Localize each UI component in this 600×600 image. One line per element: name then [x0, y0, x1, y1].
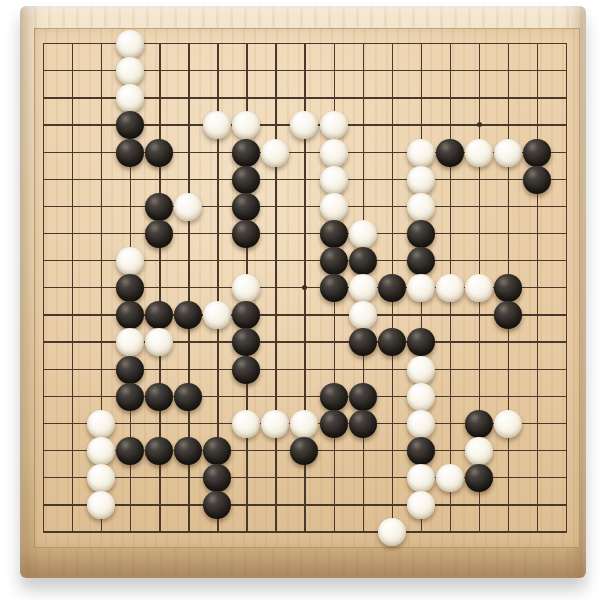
star-point — [302, 285, 307, 290]
go-stone-black[interactable] — [494, 301, 522, 329]
go-stone-white[interactable] — [349, 301, 377, 329]
go-stone-white[interactable] — [320, 166, 348, 194]
go-stone-black[interactable] — [174, 383, 202, 411]
go-stone-black[interactable] — [349, 383, 377, 411]
go-stone-white[interactable] — [203, 301, 231, 329]
go-stone-white[interactable] — [465, 139, 493, 167]
go-stone-black[interactable] — [232, 328, 260, 356]
go-stone-white[interactable] — [290, 410, 318, 438]
go-stone-black[interactable] — [378, 274, 406, 302]
go-stone-white[interactable] — [116, 247, 144, 275]
go-stone-black[interactable] — [203, 491, 231, 519]
go-stone-white[interactable] — [407, 410, 435, 438]
go-stone-white[interactable] — [116, 57, 144, 85]
go-stone-black[interactable] — [378, 328, 406, 356]
go-stone-white[interactable] — [174, 193, 202, 221]
go-stone-black[interactable] — [494, 274, 522, 302]
go-stone-black[interactable] — [465, 464, 493, 492]
go-stone-black[interactable] — [116, 274, 144, 302]
star-point — [477, 122, 482, 127]
go-stone-black[interactable] — [145, 220, 173, 248]
go-stone-black[interactable] — [320, 274, 348, 302]
go-stone-black[interactable] — [407, 247, 435, 275]
go-stone-white[interactable] — [349, 274, 377, 302]
go-stone-white[interactable] — [436, 464, 464, 492]
go-stone-white[interactable] — [407, 491, 435, 519]
go-stone-black[interactable] — [145, 193, 173, 221]
go-stone-black[interactable] — [232, 301, 260, 329]
go-stone-white[interactable] — [320, 111, 348, 139]
go-stone-black[interactable] — [116, 301, 144, 329]
go-stone-white[interactable] — [116, 84, 144, 112]
go-stone-black[interactable] — [116, 383, 144, 411]
go-stone-white[interactable] — [436, 274, 464, 302]
go-stone-white[interactable] — [407, 383, 435, 411]
go-stone-black[interactable] — [320, 247, 348, 275]
go-stone-white[interactable] — [465, 437, 493, 465]
go-stone-white[interactable] — [494, 410, 522, 438]
go-stone-black[interactable] — [116, 111, 144, 139]
go-stone-white[interactable] — [378, 518, 406, 546]
go-stone-black[interactable] — [116, 437, 144, 465]
go-stone-black[interactable] — [232, 220, 260, 248]
go-stone-white[interactable] — [407, 139, 435, 167]
go-stone-black[interactable] — [407, 437, 435, 465]
go-board-box — [20, 6, 586, 578]
go-board-surface[interactable] — [34, 28, 580, 548]
go-stone-black[interactable] — [145, 139, 173, 167]
go-stone-white[interactable] — [407, 274, 435, 302]
go-stone-black[interactable] — [203, 437, 231, 465]
go-stone-black[interactable] — [320, 383, 348, 411]
go-stone-black[interactable] — [116, 139, 144, 167]
go-stone-white[interactable] — [349, 220, 377, 248]
go-stone-white[interactable] — [290, 111, 318, 139]
go-stone-white[interactable] — [232, 111, 260, 139]
go-stone-white[interactable] — [87, 410, 115, 438]
go-stone-white[interactable] — [320, 193, 348, 221]
go-stone-white[interactable] — [320, 139, 348, 167]
go-stone-black[interactable] — [349, 247, 377, 275]
go-stone-black[interactable] — [407, 328, 435, 356]
go-stone-black[interactable] — [523, 139, 551, 167]
go-stone-black[interactable] — [290, 437, 318, 465]
go-stone-black[interactable] — [145, 383, 173, 411]
go-stone-white[interactable] — [87, 464, 115, 492]
go-stone-black[interactable] — [145, 301, 173, 329]
go-stone-white[interactable] — [232, 274, 260, 302]
go-stone-black[interactable] — [145, 437, 173, 465]
go-stone-black[interactable] — [465, 410, 493, 438]
go-stone-white[interactable] — [87, 491, 115, 519]
go-stone-white[interactable] — [494, 139, 522, 167]
go-stone-white[interactable] — [407, 464, 435, 492]
go-stone-white[interactable] — [145, 328, 173, 356]
go-board-photo — [0, 0, 600, 600]
go-stone-white[interactable] — [87, 437, 115, 465]
go-stone-black[interactable] — [232, 193, 260, 221]
go-stone-black[interactable] — [349, 328, 377, 356]
go-stone-white[interactable] — [203, 111, 231, 139]
go-stone-black[interactable] — [232, 139, 260, 167]
go-stone-white[interactable] — [116, 30, 144, 58]
go-stone-black[interactable] — [232, 356, 260, 384]
go-stone-black[interactable] — [349, 410, 377, 438]
go-stone-black[interactable] — [174, 301, 202, 329]
go-stone-white[interactable] — [407, 356, 435, 384]
go-stone-black[interactable] — [116, 356, 144, 384]
go-stone-white[interactable] — [261, 139, 289, 167]
go-stone-black[interactable] — [320, 220, 348, 248]
go-stone-black[interactable] — [407, 220, 435, 248]
go-stone-black[interactable] — [523, 166, 551, 194]
go-stone-black[interactable] — [174, 437, 202, 465]
board-grid[interactable] — [43, 43, 567, 533]
go-stone-white[interactable] — [465, 274, 493, 302]
go-stone-black[interactable] — [436, 139, 464, 167]
go-stone-white[interactable] — [407, 193, 435, 221]
go-stone-white[interactable] — [116, 328, 144, 356]
go-stone-white[interactable] — [232, 410, 260, 438]
go-stone-white[interactable] — [407, 166, 435, 194]
go-stone-black[interactable] — [232, 166, 260, 194]
go-stone-white[interactable] — [261, 410, 289, 438]
go-stone-black[interactable] — [320, 410, 348, 438]
go-stone-black[interactable] — [203, 464, 231, 492]
